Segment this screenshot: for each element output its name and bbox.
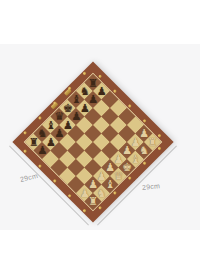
- brass-stud-icon: [82, 72, 86, 76]
- dimension-label-right: 29cm: [142, 182, 161, 191]
- brass-stud-icon: [112, 89, 116, 93]
- white-knight: ♞: [139, 145, 149, 156]
- brass-stud-icon: [82, 208, 86, 212]
- brass-stud-icon: [67, 193, 71, 197]
- brass-stud-icon: [127, 176, 131, 180]
- white-king: ♚: [122, 162, 132, 173]
- brass-stud-icon: [98, 206, 102, 210]
- brass-stud-icon: [98, 74, 102, 78]
- white-rook: ♜: [88, 196, 98, 207]
- white-knight: ♞: [97, 187, 107, 198]
- white-bishop: ♝: [130, 153, 140, 164]
- brass-stud-icon: [112, 191, 116, 195]
- dimension-label-left: 29cm: [19, 172, 38, 183]
- product-photo-page: 29cm 29cm ♜♞♝♛♚♝♞♜♟♟♟♟♟♟♟♟♟♟♟♟♟♟♟♟♜♞♝♛♚♝…: [0, 0, 200, 280]
- white-queen: ♛: [114, 170, 124, 181]
- white-bishop: ♝: [105, 179, 115, 190]
- brass-stud-icon: [157, 147, 161, 151]
- brass-stud-icon: [142, 161, 146, 165]
- brass-stud-icon: [23, 149, 27, 153]
- brass-stud-icon: [37, 116, 41, 120]
- chess-board: ♜♞♝♛♚♝♞♜♟♟♟♟♟♟♟♟♟♟♟♟♟♟♟♟♜♞♝♛♚♝♞♜: [12, 61, 173, 222]
- brass-stud-icon: [157, 133, 161, 137]
- white-rook: ♜: [147, 137, 157, 148]
- brass-stud-icon: [142, 118, 146, 122]
- product-photo[interactable]: 29cm 29cm ♜♞♝♛♚♝♞♜♟♟♟♟♟♟♟♟♟♟♟♟♟♟♟♟♜♞♝♛♚♝…: [0, 44, 200, 230]
- brass-stud-icon: [127, 103, 131, 107]
- brass-stud-icon: [37, 164, 41, 168]
- brass-stud-icon: [23, 131, 27, 135]
- brass-stud-icon: [52, 178, 56, 182]
